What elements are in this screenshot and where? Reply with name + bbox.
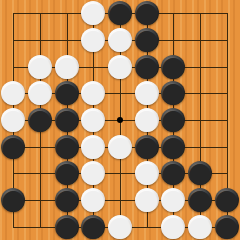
black-stone: ● <box>215 215 239 239</box>
white-stone: ● <box>108 28 132 52</box>
black-stone: ● <box>135 28 159 52</box>
white-stone: ● <box>81 28 105 52</box>
black-stone: ● <box>55 215 79 239</box>
black-stone: ● <box>55 108 79 132</box>
black-stone: ● <box>161 55 185 79</box>
black-stone: ● <box>215 188 239 212</box>
black-stone: ● <box>108 1 132 25</box>
white-stone: ● <box>188 215 212 239</box>
black-stone: ● <box>161 135 185 159</box>
black-stone: ● <box>135 55 159 79</box>
white-stone: ● <box>161 188 185 212</box>
white-stone: ● <box>1 108 25 132</box>
black-stone: ● <box>188 188 212 212</box>
black-stone: ● <box>161 81 185 105</box>
black-stone: ● <box>161 108 185 132</box>
white-stone: ● <box>81 81 105 105</box>
black-stone: ● <box>55 81 79 105</box>
white-stone: ● <box>135 188 159 212</box>
black-stone: ● <box>55 135 79 159</box>
black-stone: ● <box>55 161 79 185</box>
white-stone: ● <box>55 55 79 79</box>
black-stone: ● <box>81 215 105 239</box>
white-stone: ● <box>28 55 52 79</box>
white-stone: ● <box>108 55 132 79</box>
white-stone: ● <box>108 135 132 159</box>
black-stone: ● <box>161 161 185 185</box>
white-stone: ● <box>135 81 159 105</box>
white-stone: ● <box>161 215 185 239</box>
go-board[interactable]: ●●●●●●●●●●●●●●●●●●●●●●●●●●●●●●●●●●●●●●●●… <box>0 0 240 240</box>
white-stone: ● <box>81 161 105 185</box>
white-stone: ● <box>81 188 105 212</box>
black-stone: ● <box>28 108 52 132</box>
white-stone: ● <box>1 81 25 105</box>
white-stone: ● <box>81 108 105 132</box>
star-point <box>117 117 123 123</box>
black-stone: ● <box>188 161 212 185</box>
black-stone: ● <box>1 135 25 159</box>
black-stone: ● <box>135 135 159 159</box>
black-stone: ● <box>1 188 25 212</box>
black-stone: ● <box>135 1 159 25</box>
white-stone: ● <box>108 215 132 239</box>
white-stone: ● <box>81 1 105 25</box>
white-stone: ● <box>135 161 159 185</box>
white-stone: ● <box>81 135 105 159</box>
black-stone: ● <box>55 188 79 212</box>
white-stone: ● <box>28 81 52 105</box>
white-stone: ● <box>135 108 159 132</box>
